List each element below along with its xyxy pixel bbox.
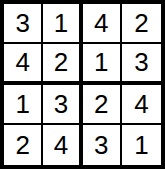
cell-r3c3[interactable]: 2: [83, 85, 122, 125]
cell-r2c2[interactable]: 2: [43, 44, 82, 84]
cell-r2c3[interactable]: 1: [83, 44, 122, 84]
sudoku-board: 3 1 4 2 4 2 1 3 1 3 2 4 2 4 3 1: [0, 0, 165, 169]
cell-r4c4[interactable]: 1: [122, 125, 161, 165]
cell-r4c3[interactable]: 3: [83, 125, 122, 165]
cell-r1c4[interactable]: 2: [122, 4, 161, 44]
cell-r2c4[interactable]: 3: [122, 44, 161, 84]
cell-r2c1[interactable]: 4: [4, 44, 43, 84]
cell-r3c1[interactable]: 1: [4, 85, 43, 125]
cell-r4c1[interactable]: 2: [4, 125, 43, 165]
cell-r1c1[interactable]: 3: [4, 4, 43, 44]
cell-r3c4[interactable]: 4: [122, 85, 161, 125]
cell-r1c2[interactable]: 1: [43, 4, 82, 44]
cell-r1c3[interactable]: 4: [83, 4, 122, 44]
cell-r4c2[interactable]: 4: [43, 125, 82, 165]
cell-r3c2[interactable]: 3: [43, 85, 82, 125]
